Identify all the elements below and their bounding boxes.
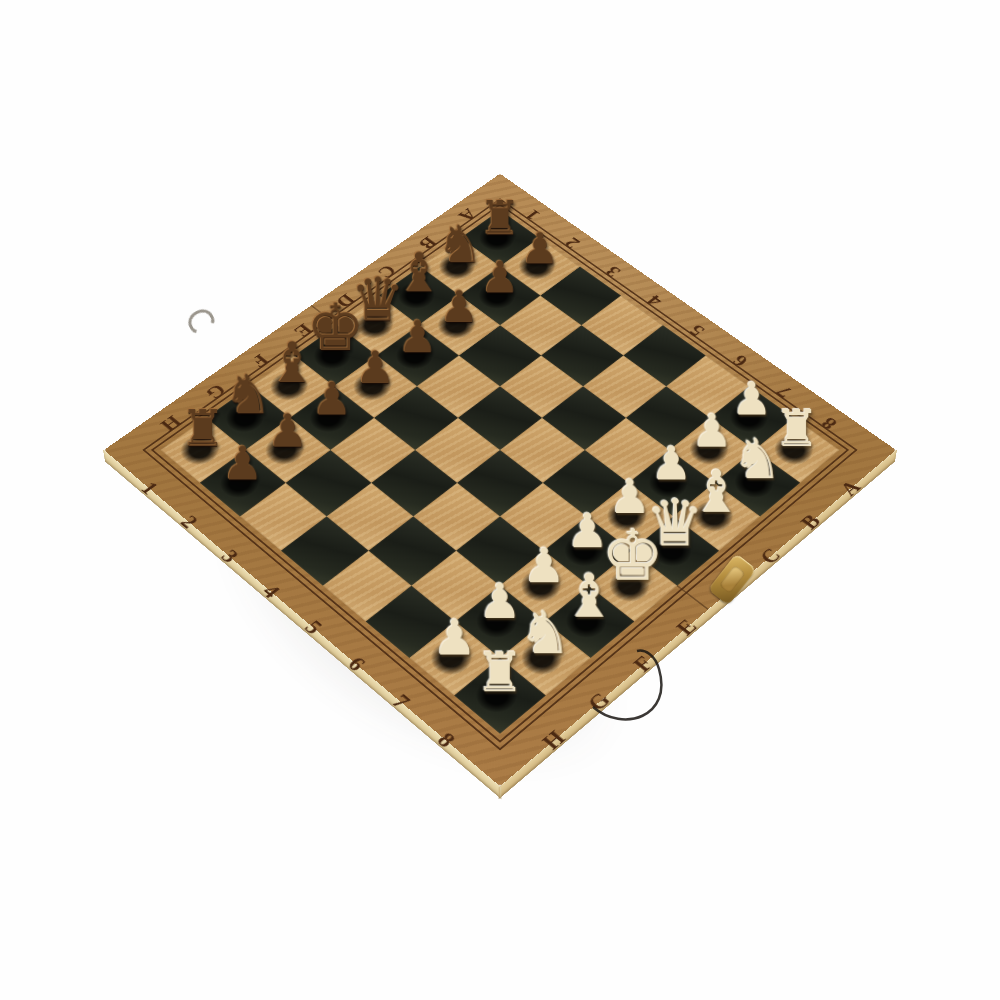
square-e5[interactable] <box>457 450 543 516</box>
rank-label-upper-right: 4 <box>637 288 672 314</box>
piece-light-pawn[interactable]: ♟ <box>523 542 566 590</box>
piece-light-rook[interactable]: ♜ <box>475 645 524 700</box>
piece-light-pawn[interactable]: ♟ <box>732 376 773 422</box>
piece-dark-rook[interactable]: ♜ <box>479 194 522 242</box>
piece-dark-knight[interactable]: ♞ <box>224 368 273 422</box>
rank-label-upper-right: 3 <box>596 259 631 284</box>
rank-label-upper-right: 5 <box>679 317 714 343</box>
rank-label-upper-right: 6 <box>722 347 758 374</box>
piece-dark-pawn[interactable]: ♟ <box>439 285 479 329</box>
piece-light-pawn[interactable]: ♟ <box>651 440 693 486</box>
board-scene: 11AA22BB33CC44DD55EE66FF77GG88HH ♜♟♟♜♞♟♟… <box>0 0 1000 1000</box>
piece-dark-pawn[interactable]: ♟ <box>521 227 560 270</box>
rank-label-upper-right: 2 <box>555 231 589 256</box>
piece-dark-pawn[interactable]: ♟ <box>355 345 395 390</box>
piece-dark-rook[interactable]: ♜ <box>180 403 226 454</box>
piece-dark-bishop[interactable]: ♝ <box>267 335 317 391</box>
product-photo: 11AA22BB33CC44DD55EE66FF77GG88HH ♜♟♟♜♞♟♟… <box>0 0 1000 1000</box>
elastic-cord <box>575 635 705 735</box>
piece-dark-pawn[interactable]: ♟ <box>267 408 308 454</box>
board-grid: ♜♟♟♜♞♟♟♞♝♟♟♝♛♟♟♛♚♟♟♚♝♟♟♝♞♟♟♞♜♟♟♜ <box>161 210 840 734</box>
piece-light-knight[interactable]: ♞ <box>519 604 572 663</box>
piece-dark-pawn[interactable]: ♟ <box>480 255 519 299</box>
piece-light-pawn[interactable]: ♟ <box>433 613 477 662</box>
piece-dark-pawn[interactable]: ♟ <box>398 314 438 359</box>
piece-light-pawn[interactable]: ♟ <box>478 577 522 626</box>
piece-dark-knight[interactable]: ♞ <box>437 219 483 271</box>
piece-dark-pawn[interactable]: ♟ <box>222 440 264 486</box>
piece-dark-pawn[interactable]: ♟ <box>312 376 353 422</box>
piece-light-pawn[interactable]: ♟ <box>692 408 733 454</box>
piece-light-pawn[interactable]: ♟ <box>609 473 651 520</box>
chessboard: 11AA22BB33CC44DD55EE66FF77GG88HH ♜♟♟♜♞♟♟… <box>104 174 896 787</box>
